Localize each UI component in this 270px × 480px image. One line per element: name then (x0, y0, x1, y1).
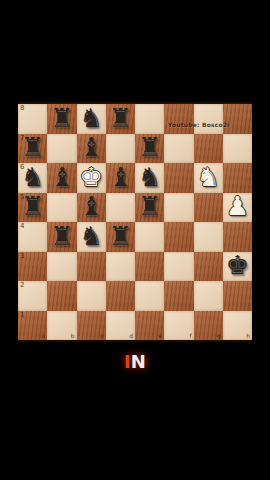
square-b7[interactable] (47, 134, 76, 164)
square-a2[interactable]: 2 (18, 281, 47, 311)
piece-black-rook: ♜ (109, 105, 132, 131)
square-e8[interactable] (135, 104, 164, 134)
piece-black-rook: ♜ (138, 134, 161, 160)
square-g2[interactable] (194, 281, 223, 311)
square-e3[interactable] (135, 252, 164, 282)
piece-black-knight: ♞ (79, 105, 102, 131)
file-label-f: f (189, 333, 191, 339)
square-a3[interactable]: 3 (18, 252, 47, 282)
square-g8[interactable] (194, 104, 223, 134)
square-d8[interactable]: ♜ (106, 104, 135, 134)
rank-label-6: 6 (20, 164, 24, 171)
file-label-b: b (71, 333, 75, 339)
square-b6[interactable]: ♝ (47, 163, 76, 193)
file-label-a: a (42, 333, 46, 339)
file-label-e: e (159, 333, 163, 339)
square-c4[interactable]: ♞ (77, 222, 106, 252)
square-f4[interactable] (164, 222, 193, 252)
rank-label-4: 4 (20, 223, 24, 230)
square-f1[interactable]: f (164, 311, 193, 341)
square-g4[interactable] (194, 222, 223, 252)
square-f2[interactable] (164, 281, 193, 311)
square-d6[interactable]: ♝ (106, 163, 135, 193)
piece-white-knight: ♞ (196, 164, 219, 190)
video-frame: 8♜♞♜7♜♝♜6♞♝♚♝♞♞5♜♝♜♟4♜♞♜3♚21abcdefgh You… (0, 0, 270, 480)
square-g7[interactable] (194, 134, 223, 164)
square-e1[interactable]: e (135, 311, 164, 341)
rank-label-1: 1 (20, 312, 24, 319)
square-b4[interactable]: ♜ (47, 222, 76, 252)
piece-black-bishop: ♝ (50, 164, 73, 190)
square-c2[interactable] (77, 281, 106, 311)
square-g3[interactable] (194, 252, 223, 282)
square-g5[interactable] (194, 193, 223, 223)
square-a8[interactable]: 8 (18, 104, 47, 134)
rank-label-7: 7 (20, 135, 24, 142)
square-f6[interactable] (164, 163, 193, 193)
square-d3[interactable] (106, 252, 135, 282)
square-a1[interactable]: 1a (18, 311, 47, 341)
file-label-h: h (246, 333, 250, 339)
piece-black-rook: ♜ (138, 193, 161, 219)
file-label-c: c (100, 333, 103, 339)
square-e7[interactable]: ♜ (135, 134, 164, 164)
square-c1[interactable]: c (77, 311, 106, 341)
piece-black-bishop: ♝ (79, 193, 102, 219)
piece-black-rook: ♜ (50, 223, 73, 249)
square-b2[interactable] (47, 281, 76, 311)
piece-black-rook: ♜ (109, 223, 132, 249)
file-label-g: g (217, 333, 221, 339)
square-h8[interactable] (223, 104, 252, 134)
logo-letter-n: N (131, 351, 146, 372)
square-g1[interactable]: g (194, 311, 223, 341)
square-f7[interactable] (164, 134, 193, 164)
piece-black-rook: ♜ (50, 105, 73, 131)
square-d7[interactable] (106, 134, 135, 164)
square-h2[interactable] (223, 281, 252, 311)
square-h6[interactable] (223, 163, 252, 193)
square-h3[interactable]: ♚ (223, 252, 252, 282)
square-f8[interactable] (164, 104, 193, 134)
square-e4[interactable] (135, 222, 164, 252)
piece-white-pawn: ♟ (226, 193, 249, 219)
square-f3[interactable] (164, 252, 193, 282)
square-d5[interactable] (106, 193, 135, 223)
rank-label-3: 3 (20, 253, 24, 260)
square-a4[interactable]: 4 (18, 222, 47, 252)
piece-black-bishop: ♝ (79, 134, 102, 160)
chess-board: 8♜♞♜7♜♝♜6♞♝♚♝♞♞5♜♝♜♟4♜♞♜3♚21abcdefgh (18, 104, 252, 340)
square-e5[interactable]: ♜ (135, 193, 164, 223)
square-e2[interactable] (135, 281, 164, 311)
piece-black-knight: ♞ (138, 164, 161, 190)
square-c5[interactable]: ♝ (77, 193, 106, 223)
square-d4[interactable]: ♜ (106, 222, 135, 252)
square-h4[interactable] (223, 222, 252, 252)
square-c3[interactable] (77, 252, 106, 282)
square-h5[interactable]: ♟ (223, 193, 252, 223)
square-f5[interactable] (164, 193, 193, 223)
square-h7[interactable] (223, 134, 252, 164)
square-b8[interactable]: ♜ (47, 104, 76, 134)
square-d2[interactable] (106, 281, 135, 311)
rank-label-8: 8 (20, 105, 24, 112)
square-g6[interactable]: ♞ (194, 163, 223, 193)
square-c6[interactable]: ♚ (77, 163, 106, 193)
square-e6[interactable]: ♞ (135, 163, 164, 193)
rank-label-2: 2 (20, 282, 24, 289)
square-c7[interactable]: ♝ (77, 134, 106, 164)
logo-letter-i: I (124, 351, 131, 372)
square-a5[interactable]: 5♜ (18, 193, 47, 223)
square-b1[interactable]: b (47, 311, 76, 341)
square-b3[interactable] (47, 252, 76, 282)
piece-white-king: ♚ (79, 164, 102, 190)
square-d1[interactable]: d (106, 311, 135, 341)
rank-label-5: 5 (20, 194, 24, 201)
square-c8[interactable]: ♞ (77, 104, 106, 134)
square-a6[interactable]: 6♞ (18, 163, 47, 193)
piece-black-knight: ♞ (79, 223, 102, 249)
square-a7[interactable]: 7♜ (18, 134, 47, 164)
square-b5[interactable] (47, 193, 76, 223)
channel-logo: IN (0, 351, 270, 373)
file-label-d: d (129, 333, 133, 339)
piece-black-king: ♚ (226, 252, 249, 278)
watermark-text: Youtube: Bosco2i (168, 121, 230, 128)
piece-black-bishop: ♝ (109, 164, 132, 190)
square-h1[interactable]: h (223, 311, 252, 341)
